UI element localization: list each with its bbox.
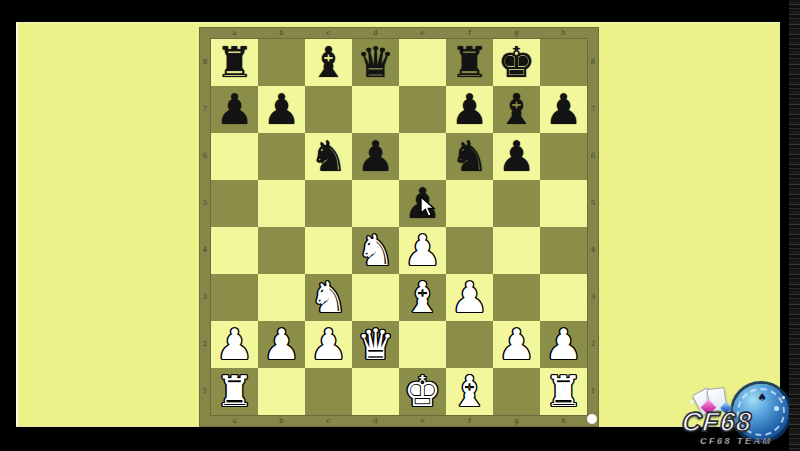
square-h8[interactable] xyxy=(540,39,587,86)
rank-label-6: 6 xyxy=(587,133,599,180)
rank-label-8: 8 xyxy=(199,39,211,86)
piece-white-knight[interactable]: ♞ xyxy=(352,227,399,274)
square-h6[interactable] xyxy=(540,133,587,180)
square-c7[interactable] xyxy=(305,86,352,133)
corner-indicator-dot xyxy=(587,414,597,424)
square-g1[interactable] xyxy=(493,368,540,415)
square-e3[interactable]: ♝ xyxy=(399,274,446,321)
rank-label-5: 5 xyxy=(587,180,599,227)
square-h3[interactable] xyxy=(540,274,587,321)
square-a3[interactable] xyxy=(211,274,258,321)
video-edge-artifact xyxy=(789,0,800,451)
square-d6[interactable]: ♟ xyxy=(352,133,399,180)
piece-black-queen[interactable]: ♛ xyxy=(352,39,399,86)
file-label-e: e xyxy=(399,415,446,427)
sparkle-icon xyxy=(782,396,785,399)
file-label-b: b xyxy=(258,27,305,39)
square-e8[interactable] xyxy=(399,39,446,86)
piece-white-rook[interactable]: ♜ xyxy=(540,368,587,415)
square-e6[interactable] xyxy=(399,133,446,180)
square-d3[interactable] xyxy=(352,274,399,321)
rank-label-2: 2 xyxy=(587,321,599,368)
piece-black-knight[interactable]: ♞ xyxy=(446,133,493,180)
square-g5[interactable] xyxy=(493,180,540,227)
rank-label-6: 6 xyxy=(199,133,211,180)
square-e1[interactable]: ♚ xyxy=(399,368,446,415)
piece-black-pawn[interactable]: ♟ xyxy=(493,133,540,180)
rank-label-2: 2 xyxy=(199,321,211,368)
square-h7[interactable]: ♟ xyxy=(540,86,587,133)
file-label-d: d xyxy=(352,27,399,39)
piece-white-pawn[interactable]: ♟ xyxy=(399,227,446,274)
file-label-a: a xyxy=(211,27,258,39)
square-f7[interactable]: ♟ xyxy=(446,86,493,133)
square-c2[interactable]: ♟ xyxy=(305,321,352,368)
piece-black-knight[interactable]: ♞ xyxy=(305,133,352,180)
chess-board: ♜♝♛♜♚♟♟♟♝♟♞♟♞♟♟♞♟♞♝♟♟♟♟♛♟♟♜♚♝♜ aabbccdde… xyxy=(199,27,599,427)
square-b6[interactable] xyxy=(258,133,305,180)
rank-label-7: 7 xyxy=(587,86,599,133)
piece-black-bishop[interactable]: ♝ xyxy=(305,39,352,86)
square-h1[interactable]: ♜ xyxy=(540,368,587,415)
piece-white-knight[interactable]: ♞ xyxy=(305,274,352,321)
square-d1[interactable] xyxy=(352,368,399,415)
piece-black-rook[interactable]: ♜ xyxy=(211,39,258,86)
piece-black-king[interactable]: ♚ xyxy=(493,39,540,86)
square-a1[interactable]: ♜ xyxy=(211,368,258,415)
square-f5[interactable] xyxy=(446,180,493,227)
square-f4[interactable] xyxy=(446,227,493,274)
square-f3[interactable]: ♟ xyxy=(446,274,493,321)
square-c3[interactable]: ♞ xyxy=(305,274,352,321)
file-label-g: g xyxy=(493,27,540,39)
sparkle-icon xyxy=(690,400,694,404)
square-f8[interactable]: ♜ xyxy=(446,39,493,86)
piece-black-rook[interactable]: ♜ xyxy=(446,39,493,86)
square-b3[interactable] xyxy=(258,274,305,321)
piece-white-pawn[interactable]: ♟ xyxy=(258,321,305,368)
watermark-subtitle: CF68 TEAM xyxy=(700,436,773,446)
file-label-c: c xyxy=(305,415,352,427)
piece-white-queen[interactable]: ♛ xyxy=(352,321,399,368)
file-label-c: c xyxy=(305,27,352,39)
piece-black-pawn[interactable]: ♟ xyxy=(258,86,305,133)
square-e2[interactable] xyxy=(399,321,446,368)
file-label-f: f xyxy=(446,415,493,427)
file-label-f: f xyxy=(446,27,493,39)
piece-white-pawn[interactable]: ♟ xyxy=(211,321,258,368)
square-c5[interactable] xyxy=(305,180,352,227)
square-g3[interactable] xyxy=(493,274,540,321)
file-label-g: g xyxy=(493,415,540,427)
piece-white-bishop[interactable]: ♝ xyxy=(399,274,446,321)
square-g4[interactable] xyxy=(493,227,540,274)
square-h4[interactable] xyxy=(540,227,587,274)
file-label-d: d xyxy=(352,415,399,427)
square-c8[interactable]: ♝ xyxy=(305,39,352,86)
piece-black-pawn[interactable]: ♟ xyxy=(352,133,399,180)
square-a6[interactable] xyxy=(211,133,258,180)
piece-black-pawn[interactable]: ♟ xyxy=(540,86,587,133)
square-d8[interactable]: ♛ xyxy=(352,39,399,86)
square-b8[interactable] xyxy=(258,39,305,86)
square-h2[interactable]: ♟ xyxy=(540,321,587,368)
square-g7[interactable]: ♝ xyxy=(493,86,540,133)
watermark-title: CF68 xyxy=(681,407,754,438)
file-label-e: e xyxy=(399,27,446,39)
square-f6[interactable]: ♞ xyxy=(446,133,493,180)
square-h5[interactable] xyxy=(540,180,587,227)
sparkle-icon xyxy=(774,406,779,411)
square-c1[interactable] xyxy=(305,368,352,415)
spade-icon: ♠ xyxy=(757,391,767,404)
square-f1[interactable]: ♝ xyxy=(446,368,493,415)
square-d5[interactable] xyxy=(352,180,399,227)
square-b2[interactable]: ♟ xyxy=(258,321,305,368)
piece-black-pawn[interactable]: ♟ xyxy=(211,86,258,133)
file-label-b: b xyxy=(258,415,305,427)
square-b5[interactable] xyxy=(258,180,305,227)
piece-white-pawn[interactable]: ♟ xyxy=(493,321,540,368)
square-a4[interactable] xyxy=(211,227,258,274)
mouse-cursor-icon xyxy=(420,196,436,219)
square-a7[interactable]: ♟ xyxy=(211,86,258,133)
rank-label-7: 7 xyxy=(199,86,211,133)
rank-label-1: 1 xyxy=(199,368,211,415)
piece-white-pawn[interactable]: ♟ xyxy=(305,321,352,368)
rank-label-8: 8 xyxy=(587,39,599,86)
rank-label-3: 3 xyxy=(199,274,211,321)
square-d4[interactable]: ♞ xyxy=(352,227,399,274)
square-g6[interactable]: ♟ xyxy=(493,133,540,180)
square-c6[interactable]: ♞ xyxy=(305,133,352,180)
piece-white-king[interactable]: ♚ xyxy=(399,368,446,415)
rank-label-4: 4 xyxy=(199,227,211,274)
square-a5[interactable] xyxy=(211,180,258,227)
square-b4[interactable] xyxy=(258,227,305,274)
square-e4[interactable]: ♟ xyxy=(399,227,446,274)
board-grid: ♜♝♛♜♚♟♟♟♝♟♞♟♞♟♟♞♟♞♝♟♟♟♟♛♟♟♜♚♝♜ xyxy=(211,39,587,415)
cf68-watermark-logo: ♠ CF68 CF68 TEAM xyxy=(678,384,799,450)
piece-white-bishop[interactable]: ♝ xyxy=(446,368,493,415)
piece-white-pawn[interactable]: ♟ xyxy=(446,274,493,321)
square-e7[interactable] xyxy=(399,86,446,133)
square-b7[interactable]: ♟ xyxy=(258,86,305,133)
file-label-h: h xyxy=(540,415,587,427)
rank-label-5: 5 xyxy=(199,180,211,227)
rank-label-3: 3 xyxy=(587,274,599,321)
piece-white-rook[interactable]: ♜ xyxy=(211,368,258,415)
file-label-h: h xyxy=(540,27,587,39)
square-f2[interactable] xyxy=(446,321,493,368)
square-d2[interactable]: ♛ xyxy=(352,321,399,368)
square-a2[interactable]: ♟ xyxy=(211,321,258,368)
square-g8[interactable]: ♚ xyxy=(493,39,540,86)
square-d7[interactable] xyxy=(352,86,399,133)
square-b1[interactable] xyxy=(258,368,305,415)
file-label-a: a xyxy=(211,415,258,427)
piece-black-pawn[interactable]: ♟ xyxy=(446,86,493,133)
piece-black-bishop[interactable]: ♝ xyxy=(493,86,540,133)
rank-label-4: 4 xyxy=(587,227,599,274)
piece-white-pawn[interactable]: ♟ xyxy=(540,321,587,368)
rank-label-1: 1 xyxy=(587,368,599,415)
square-g2[interactable]: ♟ xyxy=(493,321,540,368)
square-c4[interactable] xyxy=(305,227,352,274)
square-a8[interactable]: ♜ xyxy=(211,39,258,86)
